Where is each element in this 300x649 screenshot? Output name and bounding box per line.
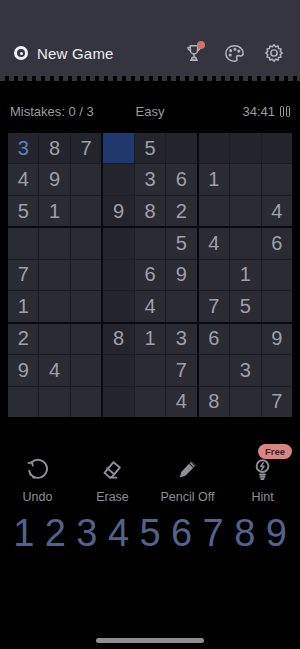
cell-r9c9[interactable]: 7 [262,387,292,417]
hint-free-badge: Free [258,444,292,459]
pencil-icon [174,456,201,487]
record-icon [14,46,28,60]
undo-label: Undo [23,490,53,504]
cell-r6c6[interactable] [166,291,196,321]
home-indicator[interactable] [96,638,204,643]
cell-r1c8[interactable] [230,133,260,163]
cell-r6c7[interactable]: 7 [199,291,229,321]
cell-r8c7[interactable] [199,355,229,385]
pencil-button[interactable]: Pencil Off [150,450,225,504]
cell-r5c4[interactable] [103,260,133,290]
cell-r8c1[interactable]: 9 [8,355,38,385]
numpad-key-3[interactable]: 3 [71,509,103,557]
timer: 34:41 [242,104,275,119]
cell-r3c7[interactable] [199,196,229,226]
box-5: 5694 [103,228,196,321]
numpad-key-6[interactable]: 6 [166,509,198,557]
cell-r4c5[interactable] [135,228,165,258]
cell-r4c1[interactable] [8,228,38,258]
hint-label: Hint [251,490,273,504]
cell-r2c7[interactable]: 1 [199,164,229,194]
box-9: 69387 [199,324,292,417]
numpad-key-5[interactable]: 5 [134,509,166,557]
cell-r9c4[interactable] [103,387,133,417]
cell-r1c9[interactable] [262,133,292,163]
erase-button[interactable]: Erase [75,450,150,504]
cell-r6c4[interactable] [103,291,133,321]
cell-r9c8[interactable] [230,387,260,417]
sudoku-board: 387495153698214715694461752948137469387 [8,133,292,417]
cell-r9c6[interactable]: 4 [166,387,196,417]
numpad-key-9[interactable]: 9 [261,509,293,557]
cell-r8c5[interactable] [135,355,165,385]
cell-r7c9[interactable]: 9 [262,324,292,354]
eraser-icon [99,456,126,487]
cell-r6c5[interactable]: 4 [135,291,165,321]
cell-r3c1[interactable]: 5 [8,196,38,226]
cell-r2c4[interactable] [103,164,133,194]
cell-r7c7[interactable]: 6 [199,324,229,354]
cell-r8c8[interactable]: 3 [230,355,260,385]
cell-r3c6[interactable]: 2 [166,196,196,226]
cell-r2c1[interactable]: 4 [8,164,38,194]
cell-r9c1[interactable] [8,387,38,417]
cell-r4c6[interactable]: 5 [166,228,196,258]
notification-dot [197,41,205,49]
cell-r4c4[interactable] [103,228,133,258]
cell-r3c5[interactable]: 8 [135,196,165,226]
toolbar: Undo Erase Pencil Off Free [0,450,300,504]
cell-r5c1[interactable]: 7 [8,260,38,290]
cell-r5c2[interactable] [39,260,69,290]
numpad-key-4[interactable]: 4 [103,509,135,557]
cell-r4c7[interactable]: 4 [199,228,229,258]
erase-label: Erase [96,490,129,504]
cell-r8c3[interactable] [71,355,101,385]
palette-icon[interactable] [222,41,246,65]
hint-button[interactable]: Free Hint [225,450,300,504]
box-6: 46175 [199,228,292,321]
pause-icon[interactable] [280,106,290,117]
hint-bulb-icon [249,456,276,487]
cell-r7c3[interactable] [71,324,101,354]
new-game-button[interactable]: New Game [14,45,114,62]
cell-r2c6[interactable]: 6 [166,164,196,194]
cell-r7c8[interactable] [230,324,260,354]
cell-r5c8[interactable]: 1 [230,260,260,290]
cell-r7c4[interactable]: 8 [103,324,133,354]
cell-r1c1[interactable]: 3 [8,133,38,163]
cell-r7c6[interactable]: 3 [166,324,196,354]
numpad-key-2[interactable]: 2 [40,509,72,557]
cell-r1c6[interactable] [166,133,196,163]
status-row: Mistakes: 0 / 3 Easy 34:41 [10,103,290,119]
cell-r2c3[interactable] [71,164,101,194]
cell-r5c6[interactable]: 9 [166,260,196,290]
cell-r4c8[interactable] [230,228,260,258]
cell-r8c9[interactable] [262,355,292,385]
cell-r4c9[interactable]: 6 [262,228,292,258]
cell-r4c3[interactable] [71,228,101,258]
cell-r6c8[interactable]: 5 [230,291,260,321]
numpad-key-8[interactable]: 8 [229,509,261,557]
cell-r6c1[interactable]: 1 [8,291,38,321]
cell-r1c2[interactable]: 8 [39,133,69,163]
numpad-key-1[interactable]: 1 [8,509,40,557]
cell-r8c2[interactable]: 4 [39,355,69,385]
cell-r6c2[interactable] [39,291,69,321]
cell-r5c9[interactable] [262,260,292,290]
cell-r9c2[interactable] [39,387,69,417]
box-8: 81374 [103,324,196,417]
cell-r9c5[interactable] [135,387,165,417]
cell-r5c3[interactable] [71,260,101,290]
cell-r1c5[interactable]: 5 [135,133,165,163]
box-1: 3874951 [8,133,101,226]
trophy-icon[interactable] [182,41,206,65]
number-pad: 123456789 [8,509,292,557]
header-bar: New Game [0,0,300,76]
cell-r2c9[interactable] [262,164,292,194]
cell-r9c3[interactable] [71,387,101,417]
cell-r3c2[interactable]: 1 [39,196,69,226]
numpad-key-7[interactable]: 7 [197,509,229,557]
gear-icon[interactable] [262,41,286,65]
cell-r5c5[interactable]: 6 [135,260,165,290]
box-3: 14 [199,133,292,226]
header-sawtooth-edge [0,76,300,81]
cell-r7c1[interactable]: 2 [8,324,38,354]
cell-r1c7[interactable] [199,133,229,163]
cell-r7c5[interactable]: 1 [135,324,165,354]
cell-r9c7[interactable]: 8 [199,387,229,417]
cell-r5c7[interactable] [199,260,229,290]
cell-r6c9[interactable] [262,291,292,321]
undo-icon [24,456,51,487]
box-4: 71 [8,228,101,321]
cell-r4c2[interactable] [39,228,69,258]
page-title: New Game [37,45,114,62]
cell-r8c4[interactable] [103,355,133,385]
box-2: 536982 [103,133,196,226]
cell-r2c2[interactable]: 9 [39,164,69,194]
cell-r2c5[interactable]: 3 [135,164,165,194]
cell-r1c3[interactable]: 7 [71,133,101,163]
box-7: 294 [8,324,101,417]
cell-r8c6[interactable]: 7 [166,355,196,385]
cell-r3c4[interactable]: 9 [103,196,133,226]
cell-r3c9[interactable]: 4 [262,196,292,226]
pencil-label: Pencil Off [161,490,215,504]
cell-r7c2[interactable] [39,324,69,354]
undo-button[interactable]: Undo [0,450,75,504]
cell-r3c3[interactable] [71,196,101,226]
cell-r3c8[interactable] [230,196,260,226]
cell-r6c3[interactable] [71,291,101,321]
cell-r2c8[interactable] [230,164,260,194]
cell-r1c4[interactable] [103,133,133,163]
